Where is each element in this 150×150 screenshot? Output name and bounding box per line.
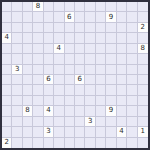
cell-r8c8[interactable] xyxy=(85,85,95,95)
cell-r5c1[interactable] xyxy=(12,54,22,64)
cell-r5c9[interactable] xyxy=(96,54,106,64)
cell-r5c3[interactable] xyxy=(33,54,43,64)
cell-r0c4[interactable] xyxy=(44,2,54,12)
cell-r6c9[interactable] xyxy=(96,65,106,75)
cell-r7c12[interactable] xyxy=(127,75,137,85)
puzzle-board: 869244836684933412 xyxy=(0,0,150,150)
cell-r1c11[interactable] xyxy=(117,12,127,22)
cell-r3c6[interactable] xyxy=(65,33,75,43)
cell-r10c13[interactable] xyxy=(138,106,148,116)
cell-r13c3[interactable] xyxy=(33,138,43,148)
clue-cell-r6c1[interactable]: 3 xyxy=(12,65,22,75)
cell-r9c2[interactable] xyxy=(23,96,33,106)
cell-r5c13[interactable] xyxy=(138,54,148,64)
cell-r11c0[interactable] xyxy=(2,117,12,127)
cell-r3c11[interactable] xyxy=(117,33,127,43)
cell-r12c6[interactable] xyxy=(65,127,75,137)
clue-cell-r10c2[interactable]: 8 xyxy=(23,106,33,116)
cell-r1c9[interactable] xyxy=(96,12,106,22)
cell-r9c6[interactable] xyxy=(65,96,75,106)
clue-cell-r7c7[interactable]: 6 xyxy=(75,75,85,85)
cell-r10c1[interactable] xyxy=(12,106,22,116)
clue-cell-r11c8[interactable]: 3 xyxy=(85,117,95,127)
cell-r9c1[interactable] xyxy=(12,96,22,106)
cell-r13c13[interactable] xyxy=(138,138,148,148)
cell-r3c12[interactable] xyxy=(127,33,137,43)
cell-r7c1[interactable] xyxy=(12,75,22,85)
cell-r3c4[interactable] xyxy=(44,33,54,43)
cell-r12c10[interactable] xyxy=(106,127,116,137)
cell-r13c9[interactable] xyxy=(96,138,106,148)
cell-r6c6[interactable] xyxy=(65,65,75,75)
cell-r9c13[interactable] xyxy=(138,96,148,106)
cell-r4c7[interactable] xyxy=(75,44,85,54)
cell-r0c1[interactable] xyxy=(12,2,22,12)
cell-r9c11[interactable] xyxy=(117,96,127,106)
cell-r0c13[interactable] xyxy=(138,2,148,12)
cell-r2c4[interactable] xyxy=(44,23,54,33)
cell-r3c5[interactable] xyxy=(54,33,64,43)
cell-r6c10[interactable] xyxy=(106,65,116,75)
cell-r1c0[interactable] xyxy=(2,12,12,22)
cell-r2c3[interactable] xyxy=(33,23,43,33)
cell-r5c11[interactable] xyxy=(117,54,127,64)
cell-r0c2[interactable] xyxy=(23,2,33,12)
clue-cell-r1c10[interactable]: 9 xyxy=(106,12,116,22)
clue-cell-r10c10[interactable]: 9 xyxy=(106,106,116,116)
cell-r13c7[interactable] xyxy=(75,138,85,148)
cell-r13c6[interactable] xyxy=(65,138,75,148)
cell-r7c9[interactable] xyxy=(96,75,106,85)
cell-r12c12[interactable] xyxy=(127,127,137,137)
clue-cell-r13c0[interactable]: 2 xyxy=(2,138,12,148)
cell-r11c4[interactable] xyxy=(44,117,54,127)
cell-r6c4[interactable] xyxy=(44,65,54,75)
cell-r8c7[interactable] xyxy=(75,85,85,95)
cell-r3c3[interactable] xyxy=(33,33,43,43)
cell-r6c12[interactable] xyxy=(127,65,137,75)
cell-r1c8[interactable] xyxy=(85,12,95,22)
cell-r2c9[interactable] xyxy=(96,23,106,33)
cell-r3c7[interactable] xyxy=(75,33,85,43)
cell-r0c11[interactable] xyxy=(117,2,127,12)
cell-r5c7[interactable] xyxy=(75,54,85,64)
cell-r9c5[interactable] xyxy=(54,96,64,106)
cell-r8c13[interactable] xyxy=(138,85,148,95)
cell-r7c0[interactable] xyxy=(2,75,12,85)
cell-r0c10[interactable] xyxy=(106,2,116,12)
cell-r3c2[interactable] xyxy=(23,33,33,43)
cell-r3c1[interactable] xyxy=(12,33,22,43)
cell-r12c1[interactable] xyxy=(12,127,22,137)
clue-cell-r12c4[interactable]: 3 xyxy=(44,127,54,137)
clue-cell-r4c5[interactable]: 4 xyxy=(54,44,64,54)
cell-r9c9[interactable] xyxy=(96,96,106,106)
cell-r4c8[interactable] xyxy=(85,44,95,54)
cell-r11c5[interactable] xyxy=(54,117,64,127)
cell-r2c5[interactable] xyxy=(54,23,64,33)
cell-r8c3[interactable] xyxy=(33,85,43,95)
cell-r11c13[interactable] xyxy=(138,117,148,127)
cell-r6c5[interactable] xyxy=(54,65,64,75)
cell-r7c11[interactable] xyxy=(117,75,127,85)
cell-r2c8[interactable] xyxy=(85,23,95,33)
clue-cell-r7c4[interactable]: 6 xyxy=(44,75,54,85)
cell-r11c7[interactable] xyxy=(75,117,85,127)
cell-r3c10[interactable] xyxy=(106,33,116,43)
clue-cell-r3c0[interactable]: 4 xyxy=(2,33,12,43)
cell-r1c3[interactable] xyxy=(33,12,43,22)
cell-r11c6[interactable] xyxy=(65,117,75,127)
cell-r12c9[interactable] xyxy=(96,127,106,137)
cell-r4c2[interactable] xyxy=(23,44,33,54)
cell-r10c7[interactable] xyxy=(75,106,85,116)
cell-r12c8[interactable] xyxy=(85,127,95,137)
cell-r10c5[interactable] xyxy=(54,106,64,116)
cell-r11c9[interactable] xyxy=(96,117,106,127)
cell-r9c10[interactable] xyxy=(106,96,116,106)
cell-r9c8[interactable] xyxy=(85,96,95,106)
cell-r5c2[interactable] xyxy=(23,54,33,64)
cell-r9c0[interactable] xyxy=(2,96,12,106)
cell-r4c0[interactable] xyxy=(2,44,12,54)
clue-cell-r12c11[interactable]: 4 xyxy=(117,127,127,137)
cell-r13c12[interactable] xyxy=(127,138,137,148)
cell-r9c4[interactable] xyxy=(44,96,54,106)
cell-r6c0[interactable] xyxy=(2,65,12,75)
cell-r1c2[interactable] xyxy=(23,12,33,22)
cell-r7c5[interactable] xyxy=(54,75,64,85)
cell-r1c5[interactable] xyxy=(54,12,64,22)
cell-r11c11[interactable] xyxy=(117,117,127,127)
cell-r6c8[interactable] xyxy=(85,65,95,75)
cell-r5c10[interactable] xyxy=(106,54,116,64)
cell-r7c10[interactable] xyxy=(106,75,116,85)
cell-r2c2[interactable] xyxy=(23,23,33,33)
cell-r2c12[interactable] xyxy=(127,23,137,33)
clue-cell-r0c3[interactable]: 8 xyxy=(33,2,43,12)
cell-r5c4[interactable] xyxy=(44,54,54,64)
cell-r0c9[interactable] xyxy=(96,2,106,12)
cell-r2c7[interactable] xyxy=(75,23,85,33)
clue-cell-r10c4[interactable]: 4 xyxy=(44,106,54,116)
cell-r2c6[interactable] xyxy=(65,23,75,33)
cell-r0c5[interactable] xyxy=(54,2,64,12)
cell-r10c8[interactable] xyxy=(85,106,95,116)
cell-r6c13[interactable] xyxy=(138,65,148,75)
cell-r4c6[interactable] xyxy=(65,44,75,54)
cell-r9c7[interactable] xyxy=(75,96,85,106)
cell-r10c6[interactable] xyxy=(65,106,75,116)
cell-r1c7[interactable] xyxy=(75,12,85,22)
cell-r9c3[interactable] xyxy=(33,96,43,106)
cell-r11c12[interactable] xyxy=(127,117,137,127)
cell-r1c4[interactable] xyxy=(44,12,54,22)
cell-r13c4[interactable] xyxy=(44,138,54,148)
cell-r1c12[interactable] xyxy=(127,12,137,22)
cell-r2c0[interactable] xyxy=(2,23,12,33)
cell-r10c11[interactable] xyxy=(117,106,127,116)
cell-r6c11[interactable] xyxy=(117,65,127,75)
cell-r8c5[interactable] xyxy=(54,85,64,95)
cell-r13c1[interactable] xyxy=(12,138,22,148)
cell-r12c7[interactable] xyxy=(75,127,85,137)
cell-r4c4[interactable] xyxy=(44,44,54,54)
cell-r10c12[interactable] xyxy=(127,106,137,116)
cell-r6c3[interactable] xyxy=(33,65,43,75)
cell-r10c0[interactable] xyxy=(2,106,12,116)
cell-r8c11[interactable] xyxy=(117,85,127,95)
cell-r5c6[interactable] xyxy=(65,54,75,64)
clue-cell-r1c6[interactable]: 6 xyxy=(65,12,75,22)
cell-r8c2[interactable] xyxy=(23,85,33,95)
cell-r13c11[interactable] xyxy=(117,138,127,148)
cell-r1c13[interactable] xyxy=(138,12,148,22)
cell-r5c8[interactable] xyxy=(85,54,95,64)
cell-r9c12[interactable] xyxy=(127,96,137,106)
cell-r7c6[interactable] xyxy=(65,75,75,85)
cell-r8c12[interactable] xyxy=(127,85,137,95)
cell-r11c1[interactable] xyxy=(12,117,22,127)
cell-r11c10[interactable] xyxy=(106,117,116,127)
cell-r8c4[interactable] xyxy=(44,85,54,95)
cell-r3c8[interactable] xyxy=(85,33,95,43)
cell-r2c11[interactable] xyxy=(117,23,127,33)
cell-r0c12[interactable] xyxy=(127,2,137,12)
cell-r0c8[interactable] xyxy=(85,2,95,12)
cell-r12c3[interactable] xyxy=(33,127,43,137)
clue-cell-r4c13[interactable]: 8 xyxy=(138,44,148,54)
cell-r2c10[interactable] xyxy=(106,23,116,33)
cell-r4c12[interactable] xyxy=(127,44,137,54)
cell-r13c10[interactable] xyxy=(106,138,116,148)
cell-r5c5[interactable] xyxy=(54,54,64,64)
cell-r0c7[interactable] xyxy=(75,2,85,12)
cell-r6c7[interactable] xyxy=(75,65,85,75)
cell-r11c3[interactable] xyxy=(33,117,43,127)
cell-r4c10[interactable] xyxy=(106,44,116,54)
cell-r8c10[interactable] xyxy=(106,85,116,95)
cell-r10c9[interactable] xyxy=(96,106,106,116)
cell-r8c9[interactable] xyxy=(96,85,106,95)
cell-r8c6[interactable] xyxy=(65,85,75,95)
cell-r4c9[interactable] xyxy=(96,44,106,54)
cell-r7c3[interactable] xyxy=(33,75,43,85)
cell-r0c6[interactable] xyxy=(65,2,75,12)
cell-r5c0[interactable] xyxy=(2,54,12,64)
cell-r3c9[interactable] xyxy=(96,33,106,43)
cell-r13c5[interactable] xyxy=(54,138,64,148)
cell-r0c0[interactable] xyxy=(2,2,12,12)
cell-r13c2[interactable] xyxy=(23,138,33,148)
cell-r12c0[interactable] xyxy=(2,127,12,137)
cell-r8c0[interactable] xyxy=(2,85,12,95)
cell-r4c11[interactable] xyxy=(117,44,127,54)
cell-r8c1[interactable] xyxy=(12,85,22,95)
cell-r12c5[interactable] xyxy=(54,127,64,137)
cell-r6c2[interactable] xyxy=(23,65,33,75)
cell-r13c8[interactable] xyxy=(85,138,95,148)
cell-r1c1[interactable] xyxy=(12,12,22,22)
cell-r7c13[interactable] xyxy=(138,75,148,85)
cell-r5c12[interactable] xyxy=(127,54,137,64)
cell-r2c1[interactable] xyxy=(12,23,22,33)
cell-r7c8[interactable] xyxy=(85,75,95,85)
cell-r4c3[interactable] xyxy=(33,44,43,54)
cell-r3c13[interactable] xyxy=(138,33,148,43)
clue-cell-r2c13[interactable]: 2 xyxy=(138,23,148,33)
cell-r12c2[interactable] xyxy=(23,127,33,137)
cell-r10c3[interactable] xyxy=(33,106,43,116)
cell-r4c1[interactable] xyxy=(12,44,22,54)
cell-r11c2[interactable] xyxy=(23,117,33,127)
clue-cell-r12c13[interactable]: 1 xyxy=(138,127,148,137)
cell-r7c2[interactable] xyxy=(23,75,33,85)
